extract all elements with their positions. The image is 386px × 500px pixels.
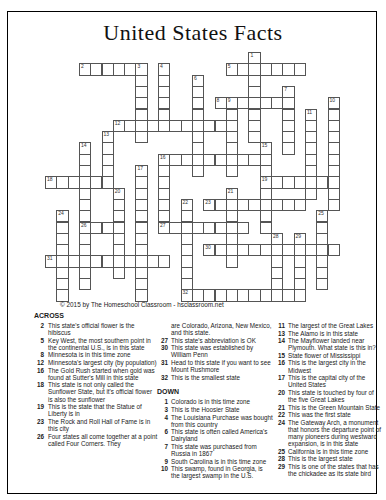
clue-text: This is the largest state — [288, 455, 382, 462]
clue-item: 28This is the largest state — [274, 455, 382, 462]
clue-number-label: 25 — [274, 448, 285, 455]
cell-number: 18 — [47, 177, 53, 182]
clue-text: The Alamo is in this state — [288, 330, 382, 337]
clue-text: This is the smallest state — [171, 374, 273, 381]
cell-number: 10 — [330, 98, 336, 103]
grid-cell[interactable] — [56, 289, 68, 301]
cell-number: 1 — [250, 53, 253, 58]
grid-cell[interactable] — [124, 120, 136, 132]
grid-cell[interactable] — [124, 255, 136, 267]
clue-item: 27This state's abbreviation is OK — [157, 337, 273, 344]
page-title: United States Facts — [0, 20, 386, 46]
clue-text: The Mayflower landed near Plymouth. What… — [288, 337, 382, 351]
cell-number: 13 — [104, 132, 110, 137]
clue-number-label: 2 — [34, 322, 44, 336]
clue-item: 3This is the Hoosier State — [157, 406, 273, 413]
clue-text: The largest of the Great Lakes — [288, 322, 382, 329]
cell-number: 30 — [205, 245, 211, 250]
worksheet-page: United States Facts 12345678910111213142… — [0, 0, 386, 500]
clue-number-label: 6 — [157, 428, 168, 442]
clue-item: 16The Gold Rush started when gold was fo… — [34, 367, 158, 381]
clue-text: This is the capital city of the United S… — [288, 374, 382, 388]
clue-number-label: 7 — [157, 443, 168, 457]
clue-text: Head to this state if you want to see Mo… — [171, 359, 273, 373]
clue-text: This state's abbreviation is OK — [171, 337, 273, 344]
clue-item: 8Minnesota is in this time zone — [34, 351, 158, 358]
clue-item: 11The largest of the Great Lakes — [274, 322, 382, 329]
clue-text: State flower of Mississippi — [288, 352, 382, 359]
clue-column-down: 11The largest of the Great Lakes13The Al… — [274, 322, 382, 477]
grid-cell[interactable] — [102, 222, 114, 234]
grid-cell[interactable] — [135, 289, 147, 301]
cell-number: 23 — [205, 200, 211, 205]
grid-cell[interactable] — [294, 176, 306, 188]
clue-item: 26Four states all come together at a poi… — [34, 433, 158, 447]
clue-item: 2This state's official flower is the hib… — [34, 322, 158, 336]
clue-number-label: 19 — [34, 403, 44, 417]
clue-item: 9South Carolina is in this time zone — [157, 458, 273, 465]
clue-text: This state is touched by four of the fiv… — [288, 389, 382, 403]
clue-item: 21This is the Green Mountain State — [274, 404, 382, 411]
grid-cell[interactable] — [305, 244, 317, 256]
clue-text: This state was purchased from Russia in … — [171, 443, 273, 457]
cell-number: 31 — [47, 256, 53, 261]
clue-item: 30This state was established by William … — [157, 344, 273, 358]
clue-text: Colorado is in this time zone — [171, 398, 273, 405]
grid-cell[interactable] — [215, 222, 227, 234]
clue-item: 19This is the state that the Statue of L… — [34, 403, 158, 417]
cell-number: 16 — [160, 155, 166, 160]
clue-number-label: 28 — [274, 455, 285, 462]
clue-item: 1Colorado is in this time zone — [157, 398, 273, 405]
cell-number: 28 — [273, 234, 279, 239]
clue-text: South Carolina is in this time zone — [171, 458, 273, 465]
clue-text: Four states all come together at a point… — [48, 433, 158, 447]
grid-cell[interactable] — [282, 244, 294, 256]
clue-item: 25California is in this time zone — [274, 448, 382, 455]
clue-item: 31Head to this state if you want to see … — [157, 359, 273, 373]
clue-text: This is the Hoosier State — [171, 406, 273, 413]
grid-cell[interactable] — [181, 120, 193, 132]
grid-cell[interactable] — [215, 120, 227, 132]
grid-cell[interactable] — [305, 188, 317, 200]
clue-item: 22This was the first state — [274, 411, 382, 418]
grid-cell[interactable] — [215, 199, 227, 211]
clue-item: 32This is the smallest state — [157, 374, 273, 381]
grid-cell[interactable] — [68, 176, 80, 188]
copyright-line: © 2015 by The Homeschool Classroom - hsc… — [60, 301, 224, 308]
grid-cell[interactable] — [328, 244, 340, 256]
clue-item: 14The Mayflower landed near Plymouth. Wh… — [274, 337, 382, 351]
grid-cell[interactable] — [68, 255, 80, 267]
clue-item: 12Minnesota's largest city (by populatio… — [34, 359, 158, 366]
clue-number-label: 17 — [274, 374, 285, 388]
clue-number-label: 26 — [34, 433, 44, 447]
cell-number: 15 — [262, 143, 268, 148]
cell-number: 6 — [194, 76, 197, 81]
cell-number: 22 — [183, 200, 189, 205]
clue-item: 5Key West, the most southern point in th… — [34, 337, 158, 351]
grid-cell[interactable] — [248, 199, 260, 211]
cell-number: 2 — [81, 64, 84, 69]
grid-cell[interactable] — [147, 120, 159, 132]
clue-number-label: 12 — [34, 359, 44, 366]
grid-cell[interactable] — [260, 289, 272, 301]
clue-item: 4The Louisiana Purchase was bought from … — [157, 414, 273, 428]
clue-text: Key West, the most southern point in the… — [48, 337, 158, 351]
cell-number: 11 — [307, 110, 312, 115]
clue-text: This is one of the states that has the c… — [288, 463, 382, 477]
grid-cell[interactable] — [215, 244, 227, 256]
clue-text: This state's official flower is the hibi… — [48, 322, 158, 336]
clue-number-label — [157, 322, 168, 336]
clue-number-label: 13 — [274, 330, 285, 337]
grid-cell[interactable] — [294, 63, 306, 75]
clue-item: 16This is the largest city in the Midwes… — [274, 359, 382, 373]
grid-cell[interactable] — [260, 244, 272, 256]
clue-number-label: 1 — [157, 398, 168, 405]
clue-number-label: 22 — [274, 411, 285, 418]
clue-number-label: 31 — [157, 359, 168, 373]
cell-number: 25 — [318, 211, 324, 216]
clue-column-middle: are Colorado, Arizona, New Mexico, and t… — [157, 322, 273, 480]
clue-list-header: DOWN — [157, 388, 273, 395]
grid-cell[interactable] — [237, 63, 249, 75]
clue-item: 10This swamp, found in Georgia, is the l… — [157, 465, 273, 479]
clue-number-label: 21 — [274, 404, 285, 411]
cell-number: 9 — [228, 98, 231, 103]
clue-number-label: 18 — [34, 381, 44, 402]
clue-text: This swamp, found in Georgia, is the lar… — [171, 465, 273, 479]
clue-item: are Colorado, Arizona, New Mexico, and t… — [157, 322, 273, 336]
clue-number-label: 20 — [274, 389, 285, 403]
cell-number: 24 — [58, 211, 64, 216]
grid-cell[interactable] — [135, 131, 147, 143]
clue-item: 29This is one of the states that has the… — [274, 463, 382, 477]
grid-cell[interactable] — [90, 176, 102, 188]
clue-item: 17This is the capital city of the United… — [274, 374, 382, 388]
clue-text: This is the largest city in the Midwest — [288, 359, 382, 373]
clue-text: The Louisiana Purchase was bought from t… — [171, 414, 273, 428]
grid-cell[interactable] — [316, 176, 328, 188]
clue-column-across: ACROSS2This state's official flower is t… — [34, 312, 158, 447]
grid-cell[interactable] — [113, 267, 125, 279]
cell-number: 8 — [217, 98, 220, 103]
clue-number-label: 15 — [274, 352, 285, 359]
clue-number-label: 9 — [157, 458, 168, 465]
clue-item: 13The Alamo is in this state — [274, 330, 382, 337]
grid-cell[interactable] — [79, 278, 91, 290]
cell-number: 3 — [137, 64, 140, 69]
clue-item: 24The Gateway Arch, a monument that hono… — [274, 419, 382, 447]
grid-cell[interactable] — [192, 165, 204, 177]
clue-number-label: 3 — [157, 406, 168, 413]
clue-list-gap — [157, 381, 273, 388]
clue-text: are Colorado, Arizona, New Mexico, and t… — [171, 322, 273, 336]
clue-text: Minnesota's largest city (by population) — [48, 359, 158, 366]
cell-number: 17 — [137, 166, 143, 171]
clue-item: 23The Rock and Roll Hall of Fame is in t… — [34, 418, 158, 432]
clue-text: This is the Green Mountain State — [288, 404, 382, 411]
cell-number: 4 — [160, 64, 163, 69]
grid-cell[interactable] — [102, 255, 114, 267]
cell-number: 29 — [296, 234, 302, 239]
clue-item: 15State flower of Mississippi — [274, 352, 382, 359]
grid-cell[interactable] — [169, 222, 181, 234]
grid-cell[interactable] — [294, 289, 306, 301]
cell-number: 21 — [228, 189, 234, 194]
cell-number: 7 — [284, 87, 287, 92]
clue-text: This state is often called America's Dai… — [171, 428, 273, 442]
clue-item: 7This state was purchased from Russia in… — [157, 443, 273, 457]
cell-number: 5 — [228, 64, 231, 69]
clue-number-label: 30 — [157, 344, 168, 358]
clue-text: California is in this time zone — [288, 448, 382, 455]
clue-number-label: 14 — [274, 337, 285, 351]
clue-number-label: 5 — [34, 337, 44, 351]
cell-number: 20 — [115, 189, 121, 194]
clue-number-label: 16 — [274, 359, 285, 373]
clue-number-label: 27 — [157, 337, 168, 344]
grid-cell[interactable]: 31 — [45, 255, 57, 267]
clue-number-label: 16 — [34, 367, 44, 381]
clue-number-label: 8 — [34, 351, 44, 358]
cell-number: 14 — [81, 143, 87, 148]
grid-cell[interactable] — [248, 154, 260, 166]
clue-item: 20This state is touched by four of the f… — [274, 389, 382, 403]
grid-cell[interactable] — [294, 199, 306, 211]
grid-cell[interactable] — [237, 222, 249, 234]
cell-number: 12 — [115, 121, 121, 126]
clue-text: This state is not only called the Sunflo… — [48, 381, 158, 402]
clue-text: Minnesota is in this time zone — [48, 351, 158, 358]
grid-cell[interactable] — [158, 255, 170, 267]
clue-text: This was the first state — [288, 411, 382, 418]
grid-cell[interactable] — [237, 97, 249, 109]
clue-text: This state was established by William Pe… — [171, 344, 273, 358]
clue-text: The Gateway Arch, a monument that honors… — [288, 419, 382, 447]
cell-number: 32 — [183, 290, 189, 295]
clue-number-label: 24 — [274, 419, 285, 447]
clue-list-header: ACROSS — [34, 312, 158, 319]
grid-cell[interactable] — [226, 165, 238, 177]
grid-cell[interactable] — [226, 255, 238, 267]
clue-text: This is the state that the Statue of Lib… — [48, 403, 158, 417]
cell-number: 27 — [160, 223, 166, 228]
grid-cell[interactable] — [181, 154, 193, 166]
clue-item: 6This state is often called America's Da… — [157, 428, 273, 442]
grid-cell[interactable] — [271, 97, 283, 109]
clue-item: 18This state is not only called the Sunf… — [34, 381, 158, 402]
cell-number: 26 — [81, 223, 87, 228]
cell-number: 19 — [262, 177, 268, 182]
clue-text: The Rock and Roll Hall of Fame is in thi… — [48, 418, 158, 432]
clue-number-label: 32 — [157, 374, 168, 381]
clue-number-label: 4 — [157, 414, 168, 428]
clue-number-label: 23 — [34, 418, 44, 432]
grid-cell[interactable] — [316, 278, 328, 290]
grid-cell[interactable] — [215, 154, 227, 166]
grid-cell[interactable] — [282, 142, 294, 154]
clue-number-label: 11 — [274, 322, 285, 329]
clue-number-label: 29 — [274, 463, 285, 477]
clue-text: The Gold Rush started when gold was foun… — [48, 367, 158, 381]
clue-number-label: 10 — [157, 465, 168, 479]
grid-cell[interactable] — [328, 199, 340, 211]
